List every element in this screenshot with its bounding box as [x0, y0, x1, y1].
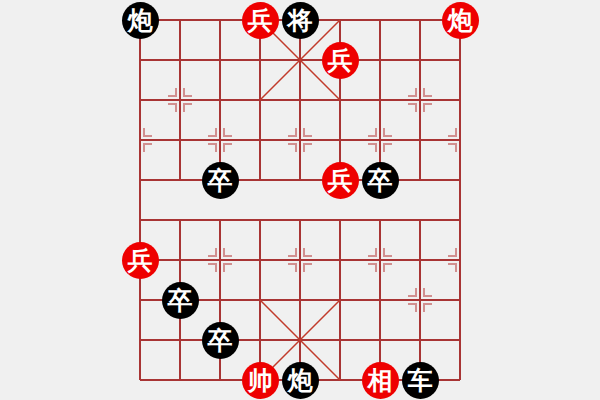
- piece-black-cannon[interactable]: 炮: [122, 2, 159, 39]
- piece-red-cannon[interactable]: 炮: [442, 2, 479, 39]
- piece-red-soldier[interactable]: 兵: [322, 42, 359, 79]
- piece-red-soldier[interactable]: 兵: [322, 162, 359, 199]
- xiangqi-board: 炮兵将炮兵卒兵卒兵卒卒帅炮相车: [0, 0, 600, 400]
- piece-black-soldier[interactable]: 卒: [202, 162, 239, 199]
- pieces-layer: 炮兵将炮兵卒兵卒兵卒卒帅炮相车: [120, 0, 480, 400]
- piece-black-cannon[interactable]: 炮: [282, 362, 319, 399]
- piece-black-soldier[interactable]: 卒: [162, 282, 199, 319]
- piece-red-soldier[interactable]: 兵: [242, 2, 279, 39]
- piece-red-king[interactable]: 帅: [242, 362, 279, 399]
- piece-black-chariot[interactable]: 车: [402, 362, 439, 399]
- piece-black-soldier[interactable]: 卒: [202, 322, 239, 359]
- piece-red-elephant[interactable]: 相: [362, 362, 399, 399]
- piece-red-soldier[interactable]: 兵: [122, 242, 159, 279]
- piece-black-soldier[interactable]: 卒: [362, 162, 399, 199]
- piece-black-general[interactable]: 将: [282, 2, 319, 39]
